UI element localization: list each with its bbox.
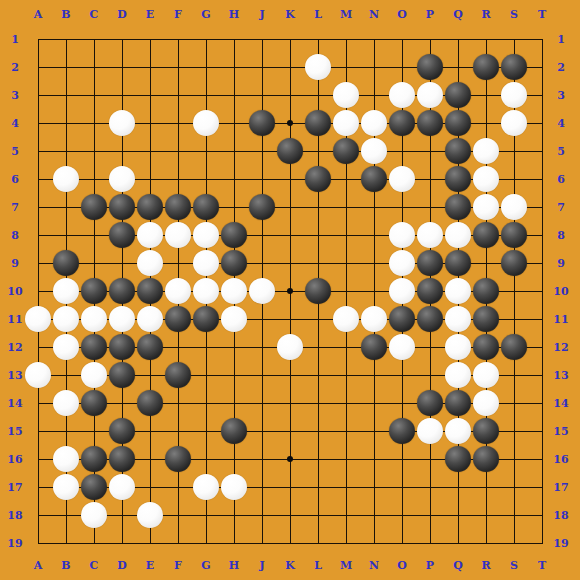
stone-black-F13[interactable] [165, 362, 191, 388]
grid-line-vertical [542, 39, 543, 544]
stone-white-J10[interactable] [249, 278, 275, 304]
stone-white-L2[interactable] [305, 54, 331, 80]
stone-white-N11[interactable] [361, 306, 387, 332]
stone-white-O8[interactable] [389, 222, 415, 248]
stone-black-S8[interactable] [501, 222, 527, 248]
stone-black-M5[interactable] [333, 138, 359, 164]
row-label-right-15: 15 [553, 426, 568, 437]
stone-black-F11[interactable] [165, 306, 191, 332]
row-label-right-1: 1 [557, 34, 565, 45]
col-label-top-T: T [538, 9, 546, 20]
row-label-right-10: 10 [553, 286, 568, 297]
stone-black-D12[interactable] [109, 334, 135, 360]
stone-black-R11[interactable] [473, 306, 499, 332]
row-label-left-15: 15 [7, 426, 22, 437]
col-label-top-D: D [117, 9, 127, 20]
stone-black-R15[interactable] [473, 418, 499, 444]
stone-black-R2[interactable] [473, 54, 499, 80]
row-label-left-8: 8 [11, 230, 19, 241]
row-label-right-7: 7 [557, 202, 565, 213]
stone-black-E14[interactable] [137, 390, 163, 416]
stone-white-O6[interactable] [389, 166, 415, 192]
stone-white-M11[interactable] [333, 306, 359, 332]
stone-black-P9[interactable] [417, 250, 443, 276]
stone-black-C12[interactable] [81, 334, 107, 360]
grid-line-horizontal [38, 515, 543, 516]
stone-white-C13[interactable] [81, 362, 107, 388]
stone-black-Q7[interactable] [445, 194, 471, 220]
stone-black-C16[interactable] [81, 446, 107, 472]
stone-white-G10[interactable] [193, 278, 219, 304]
col-label-bottom-Q: Q [453, 560, 463, 571]
row-label-left-3: 3 [11, 90, 19, 101]
col-label-bottom-L: L [314, 560, 322, 571]
stone-black-D16[interactable] [109, 446, 135, 472]
stone-white-R14[interactable] [473, 390, 499, 416]
stone-black-G7[interactable] [193, 194, 219, 220]
col-label-bottom-F: F [174, 560, 182, 571]
stone-black-S12[interactable] [501, 334, 527, 360]
col-label-bottom-A: A [34, 560, 43, 571]
stone-white-R5[interactable] [473, 138, 499, 164]
stone-black-S2[interactable] [501, 54, 527, 80]
stone-black-C17[interactable] [81, 474, 107, 500]
grid-line-horizontal [38, 543, 543, 544]
stone-white-G9[interactable] [193, 250, 219, 276]
col-label-bottom-S: S [510, 560, 518, 571]
row-label-right-3: 3 [557, 90, 565, 101]
stone-black-G11[interactable] [193, 306, 219, 332]
stone-white-O9[interactable] [389, 250, 415, 276]
stone-white-Q15[interactable] [445, 418, 471, 444]
col-label-bottom-K: K [285, 560, 295, 571]
stone-white-P15[interactable] [417, 418, 443, 444]
stone-white-E11[interactable] [137, 306, 163, 332]
col-label-bottom-N: N [369, 560, 379, 571]
stone-black-O11[interactable] [389, 306, 415, 332]
stone-white-R7[interactable] [473, 194, 499, 220]
stone-white-N4[interactable] [361, 110, 387, 136]
stone-black-B9[interactable] [53, 250, 79, 276]
row-label-left-12: 12 [7, 342, 22, 353]
col-label-bottom-R: R [481, 560, 490, 571]
stone-white-B16[interactable] [53, 446, 79, 472]
stone-black-J7[interactable] [249, 194, 275, 220]
stone-white-B12[interactable] [53, 334, 79, 360]
row-label-right-17: 17 [553, 482, 568, 493]
stone-black-P2[interactable] [417, 54, 443, 80]
col-label-bottom-M: M [340, 560, 352, 571]
col-label-top-O: O [397, 9, 407, 20]
stone-black-Q16[interactable] [445, 446, 471, 472]
row-label-right-6: 6 [557, 174, 565, 185]
stone-black-C10[interactable] [81, 278, 107, 304]
stone-black-P14[interactable] [417, 390, 443, 416]
row-label-right-5: 5 [557, 146, 565, 157]
col-label-bottom-P: P [426, 560, 434, 571]
stone-white-R6[interactable] [473, 166, 499, 192]
col-label-bottom-D: D [117, 560, 127, 571]
row-label-right-14: 14 [553, 398, 568, 409]
row-label-left-10: 10 [7, 286, 22, 297]
col-label-top-P: P [426, 9, 434, 20]
col-label-top-N: N [369, 9, 379, 20]
stone-white-F10[interactable] [165, 278, 191, 304]
stone-white-M4[interactable] [333, 110, 359, 136]
stone-white-D17[interactable] [109, 474, 135, 500]
stone-black-R16[interactable] [473, 446, 499, 472]
star-point-K16 [287, 456, 293, 462]
row-label-left-18: 18 [7, 510, 22, 521]
row-label-right-2: 2 [557, 62, 565, 73]
col-label-top-B: B [61, 9, 70, 20]
stone-white-O10[interactable] [389, 278, 415, 304]
stone-white-P8[interactable] [417, 222, 443, 248]
stone-white-G17[interactable] [193, 474, 219, 500]
stone-white-C18[interactable] [81, 502, 107, 528]
col-label-top-R: R [481, 9, 490, 20]
col-label-bottom-O: O [397, 560, 407, 571]
stone-black-D10[interactable] [109, 278, 135, 304]
row-label-left-9: 9 [11, 258, 19, 269]
stone-black-F7[interactable] [165, 194, 191, 220]
stone-black-P11[interactable] [417, 306, 443, 332]
col-label-top-G: G [201, 9, 210, 20]
stone-white-B10[interactable] [53, 278, 79, 304]
col-label-bottom-T: T [538, 560, 546, 571]
stone-black-F16[interactable] [165, 446, 191, 472]
row-label-right-13: 13 [553, 370, 568, 381]
row-label-left-1: 1 [11, 34, 19, 45]
stone-black-E10[interactable] [137, 278, 163, 304]
stone-white-Q12[interactable] [445, 334, 471, 360]
stone-black-O4[interactable] [389, 110, 415, 136]
stone-white-G8[interactable] [193, 222, 219, 248]
stone-black-N6[interactable] [361, 166, 387, 192]
stone-white-B14[interactable] [53, 390, 79, 416]
stone-black-S9[interactable] [501, 250, 527, 276]
stone-white-Q10[interactable] [445, 278, 471, 304]
col-label-top-A: A [34, 9, 43, 20]
stone-white-E8[interactable] [137, 222, 163, 248]
col-label-top-J: J [259, 9, 264, 20]
col-label-top-S: S [510, 9, 518, 20]
stone-white-Q8[interactable] [445, 222, 471, 248]
stone-black-R10[interactable] [473, 278, 499, 304]
row-label-right-9: 9 [557, 258, 565, 269]
row-label-left-6: 6 [11, 174, 19, 185]
stone-black-L10[interactable] [305, 278, 331, 304]
stone-black-D7[interactable] [109, 194, 135, 220]
stone-black-P4[interactable] [417, 110, 443, 136]
stone-white-H17[interactable] [221, 474, 247, 500]
go-board[interactable]: AABBCCDDEEFFGGHHJJKKLLMMNNOOPPQQRRSSTT11… [0, 0, 580, 580]
col-label-top-L: L [314, 9, 322, 20]
row-label-left-16: 16 [7, 454, 22, 465]
col-label-bottom-C: C [90, 560, 99, 571]
stone-black-H8[interactable] [221, 222, 247, 248]
stone-white-B17[interactable] [53, 474, 79, 500]
stone-black-D13[interactable] [109, 362, 135, 388]
col-label-top-M: M [340, 9, 352, 20]
stone-black-R12[interactable] [473, 334, 499, 360]
stone-white-H11[interactable] [221, 306, 247, 332]
row-label-right-19: 19 [553, 538, 568, 549]
stone-white-O3[interactable] [389, 82, 415, 108]
stone-white-D4[interactable] [109, 110, 135, 136]
row-label-left-4: 4 [11, 118, 19, 129]
row-label-left-2: 2 [11, 62, 19, 73]
stone-black-Q14[interactable] [445, 390, 471, 416]
row-label-right-12: 12 [553, 342, 568, 353]
star-point-K4 [287, 120, 293, 126]
stone-white-G4[interactable] [193, 110, 219, 136]
row-label-left-11: 11 [7, 314, 22, 325]
stone-black-R8[interactable] [473, 222, 499, 248]
col-label-bottom-J: J [259, 560, 264, 571]
col-label-bottom-H: H [229, 560, 239, 571]
stone-black-Q3[interactable] [445, 82, 471, 108]
col-label-bottom-B: B [61, 560, 70, 571]
stone-black-C7[interactable] [81, 194, 107, 220]
stone-white-P3[interactable] [417, 82, 443, 108]
stone-white-S3[interactable] [501, 82, 527, 108]
stone-black-L4[interactable] [305, 110, 331, 136]
col-label-bottom-E: E [146, 560, 154, 571]
stone-white-H10[interactable] [221, 278, 247, 304]
row-label-right-18: 18 [553, 510, 568, 521]
col-label-top-H: H [229, 9, 239, 20]
stone-white-S4[interactable] [501, 110, 527, 136]
stone-white-B11[interactable] [53, 306, 79, 332]
stone-white-M3[interactable] [333, 82, 359, 108]
stone-white-R13[interactable] [473, 362, 499, 388]
stone-white-E18[interactable] [137, 502, 163, 528]
stone-black-Q5[interactable] [445, 138, 471, 164]
stone-white-A13[interactable] [25, 362, 51, 388]
col-label-top-F: F [174, 9, 182, 20]
stone-white-E9[interactable] [137, 250, 163, 276]
stone-black-Q4[interactable] [445, 110, 471, 136]
stone-black-H15[interactable] [221, 418, 247, 444]
stone-white-N5[interactable] [361, 138, 387, 164]
stone-black-N12[interactable] [361, 334, 387, 360]
stone-black-L6[interactable] [305, 166, 331, 192]
stone-white-S7[interactable] [501, 194, 527, 220]
stone-black-D15[interactable] [109, 418, 135, 444]
stone-white-O12[interactable] [389, 334, 415, 360]
stone-black-D8[interactable] [109, 222, 135, 248]
stone-black-C14[interactable] [81, 390, 107, 416]
stone-white-A11[interactable] [25, 306, 51, 332]
row-label-left-13: 13 [7, 370, 22, 381]
stone-white-D11[interactable] [109, 306, 135, 332]
stone-black-E12[interactable] [137, 334, 163, 360]
stone-white-C11[interactable] [81, 306, 107, 332]
star-point-K10 [287, 288, 293, 294]
row-label-right-11: 11 [553, 314, 568, 325]
col-label-top-Q: Q [453, 9, 463, 20]
stone-black-J4[interactable] [249, 110, 275, 136]
stone-white-Q13[interactable] [445, 362, 471, 388]
stone-black-H9[interactable] [221, 250, 247, 276]
row-label-left-19: 19 [7, 538, 22, 549]
row-label-left-17: 17 [7, 482, 22, 493]
col-label-top-E: E [146, 9, 154, 20]
col-label-top-C: C [90, 9, 99, 20]
col-label-top-K: K [285, 9, 295, 20]
stone-white-B6[interactable] [53, 166, 79, 192]
stone-black-Q6[interactable] [445, 166, 471, 192]
row-label-left-5: 5 [11, 146, 19, 157]
col-label-bottom-G: G [201, 560, 210, 571]
stone-black-E7[interactable] [137, 194, 163, 220]
stone-white-F8[interactable] [165, 222, 191, 248]
stone-white-D6[interactable] [109, 166, 135, 192]
stone-white-K12[interactable] [277, 334, 303, 360]
stone-black-O15[interactable] [389, 418, 415, 444]
row-label-left-7: 7 [11, 202, 19, 213]
stone-white-Q11[interactable] [445, 306, 471, 332]
row-label-right-16: 16 [553, 454, 568, 465]
stone-black-Q9[interactable] [445, 250, 471, 276]
stone-black-K5[interactable] [277, 138, 303, 164]
row-label-right-8: 8 [557, 230, 565, 241]
row-label-left-14: 14 [7, 398, 22, 409]
row-label-right-4: 4 [557, 118, 565, 129]
stone-black-P10[interactable] [417, 278, 443, 304]
